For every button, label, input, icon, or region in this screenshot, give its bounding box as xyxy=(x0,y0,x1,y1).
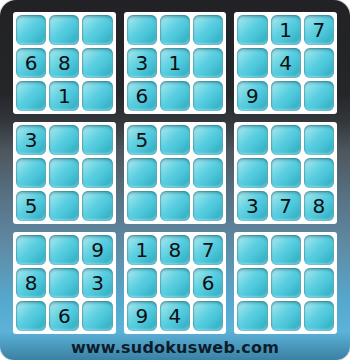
box-2-2: 5 xyxy=(124,122,227,224)
box-1-3: 1749 xyxy=(234,12,337,114)
cell-r8c5[interactable] xyxy=(160,268,190,298)
cell-r4c5[interactable] xyxy=(160,125,190,155)
cell-r8c2[interactable] xyxy=(49,268,79,298)
cell-r6c7[interactable]: 3 xyxy=(237,191,267,221)
cell-r7c4[interactable]: 1 xyxy=(127,235,157,265)
sudoku-board-frame: 68131617493553789836187694 www.sudokuswe… xyxy=(0,0,350,360)
cell-r6c4[interactable] xyxy=(127,191,157,221)
cell-r4c6[interactable] xyxy=(193,125,223,155)
cell-r4c8[interactable] xyxy=(271,125,301,155)
cell-r6c1[interactable]: 5 xyxy=(16,191,46,221)
sudoku-grid: 68131617493553789836187694 xyxy=(13,12,337,334)
cell-r8c3[interactable]: 3 xyxy=(82,268,112,298)
cell-r3c8[interactable] xyxy=(271,81,301,111)
cell-r5c7[interactable] xyxy=(237,158,267,188)
cell-r5c5[interactable] xyxy=(160,158,190,188)
cell-r8c9[interactable] xyxy=(304,268,334,298)
cell-r5c4[interactable] xyxy=(127,158,157,188)
cell-r4c3[interactable] xyxy=(82,125,112,155)
cell-r4c9[interactable] xyxy=(304,125,334,155)
cell-r8c7[interactable] xyxy=(237,268,267,298)
cell-r3c9[interactable] xyxy=(304,81,334,111)
cell-r5c8[interactable] xyxy=(271,158,301,188)
cell-r1c6[interactable] xyxy=(193,15,223,45)
cell-r9c5[interactable]: 4 xyxy=(160,301,190,331)
cell-r2c1[interactable]: 6 xyxy=(16,48,46,78)
cell-r9c8[interactable] xyxy=(271,301,301,331)
cell-r3c6[interactable] xyxy=(193,81,223,111)
cell-r2c6[interactable] xyxy=(193,48,223,78)
cell-r1c5[interactable] xyxy=(160,15,190,45)
cell-r8c6[interactable]: 6 xyxy=(193,268,223,298)
cell-r2c7[interactable] xyxy=(237,48,267,78)
cell-r7c9[interactable] xyxy=(304,235,334,265)
cell-r7c8[interactable] xyxy=(271,235,301,265)
cell-r4c2[interactable] xyxy=(49,125,79,155)
cell-r8c1[interactable]: 8 xyxy=(16,268,46,298)
cell-r1c9[interactable]: 7 xyxy=(304,15,334,45)
website-url: www.sudokusweb.com xyxy=(13,334,337,360)
cell-r3c4[interactable]: 6 xyxy=(127,81,157,111)
cell-r2c9[interactable] xyxy=(304,48,334,78)
cell-r3c3[interactable] xyxy=(82,81,112,111)
cell-r5c6[interactable] xyxy=(193,158,223,188)
cell-r8c8[interactable] xyxy=(271,268,301,298)
cell-r9c3[interactable] xyxy=(82,301,112,331)
cell-r2c5[interactable]: 1 xyxy=(160,48,190,78)
cell-r6c9[interactable]: 8 xyxy=(304,191,334,221)
cell-r9c9[interactable] xyxy=(304,301,334,331)
cell-r6c3[interactable] xyxy=(82,191,112,221)
cell-r1c3[interactable] xyxy=(82,15,112,45)
box-3-3 xyxy=(234,232,337,334)
cell-r9c1[interactable] xyxy=(16,301,46,331)
cell-r1c1[interactable] xyxy=(16,15,46,45)
cell-r1c2[interactable] xyxy=(49,15,79,45)
cell-r7c2[interactable] xyxy=(49,235,79,265)
cell-r5c2[interactable] xyxy=(49,158,79,188)
cell-r4c4[interactable]: 5 xyxy=(127,125,157,155)
box-3-2: 187694 xyxy=(124,232,227,334)
cell-r1c4[interactable] xyxy=(127,15,157,45)
box-2-1: 35 xyxy=(13,122,116,224)
cell-r2c2[interactable]: 8 xyxy=(49,48,79,78)
cell-r5c1[interactable] xyxy=(16,158,46,188)
cell-r5c9[interactable] xyxy=(304,158,334,188)
cell-r5c3[interactable] xyxy=(82,158,112,188)
cell-r2c3[interactable] xyxy=(82,48,112,78)
cell-r1c7[interactable] xyxy=(237,15,267,45)
cell-r4c7[interactable] xyxy=(237,125,267,155)
box-2-3: 378 xyxy=(234,122,337,224)
box-1-1: 681 xyxy=(13,12,116,114)
cell-r8c4[interactable] xyxy=(127,268,157,298)
cell-r7c5[interactable]: 8 xyxy=(160,235,190,265)
cell-r7c1[interactable] xyxy=(16,235,46,265)
cell-r3c2[interactable]: 1 xyxy=(49,81,79,111)
cell-r6c6[interactable] xyxy=(193,191,223,221)
cell-r1c8[interactable]: 1 xyxy=(271,15,301,45)
cell-r9c2[interactable]: 6 xyxy=(49,301,79,331)
cell-r6c2[interactable] xyxy=(49,191,79,221)
box-3-1: 9836 xyxy=(13,232,116,334)
cell-r7c6[interactable]: 7 xyxy=(193,235,223,265)
cell-r3c1[interactable] xyxy=(16,81,46,111)
cell-r6c8[interactable]: 7 xyxy=(271,191,301,221)
cell-r2c4[interactable]: 3 xyxy=(127,48,157,78)
cell-r3c7[interactable]: 9 xyxy=(237,81,267,111)
cell-r7c3[interactable]: 9 xyxy=(82,235,112,265)
cell-r9c4[interactable]: 9 xyxy=(127,301,157,331)
cell-r2c8[interactable]: 4 xyxy=(271,48,301,78)
cell-r6c5[interactable] xyxy=(160,191,190,221)
cell-r3c5[interactable] xyxy=(160,81,190,111)
cell-r9c7[interactable] xyxy=(237,301,267,331)
cell-r4c1[interactable]: 3 xyxy=(16,125,46,155)
box-1-2: 316 xyxy=(124,12,227,114)
cell-r9c6[interactable] xyxy=(193,301,223,331)
cell-r7c7[interactable] xyxy=(237,235,267,265)
